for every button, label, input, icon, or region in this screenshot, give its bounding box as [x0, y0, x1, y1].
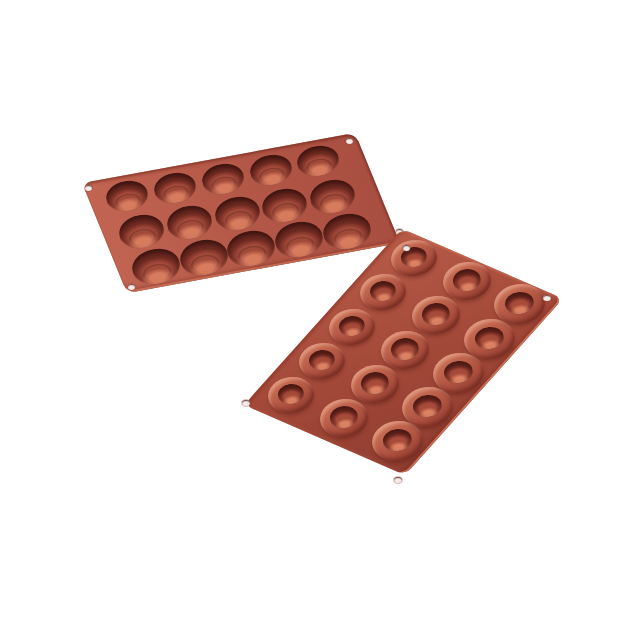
product-photo-canvas [0, 0, 630, 630]
mold-tray-top-view [82, 133, 400, 293]
mold-tray-underside-view [244, 229, 563, 475]
corner-hole [394, 477, 402, 483]
